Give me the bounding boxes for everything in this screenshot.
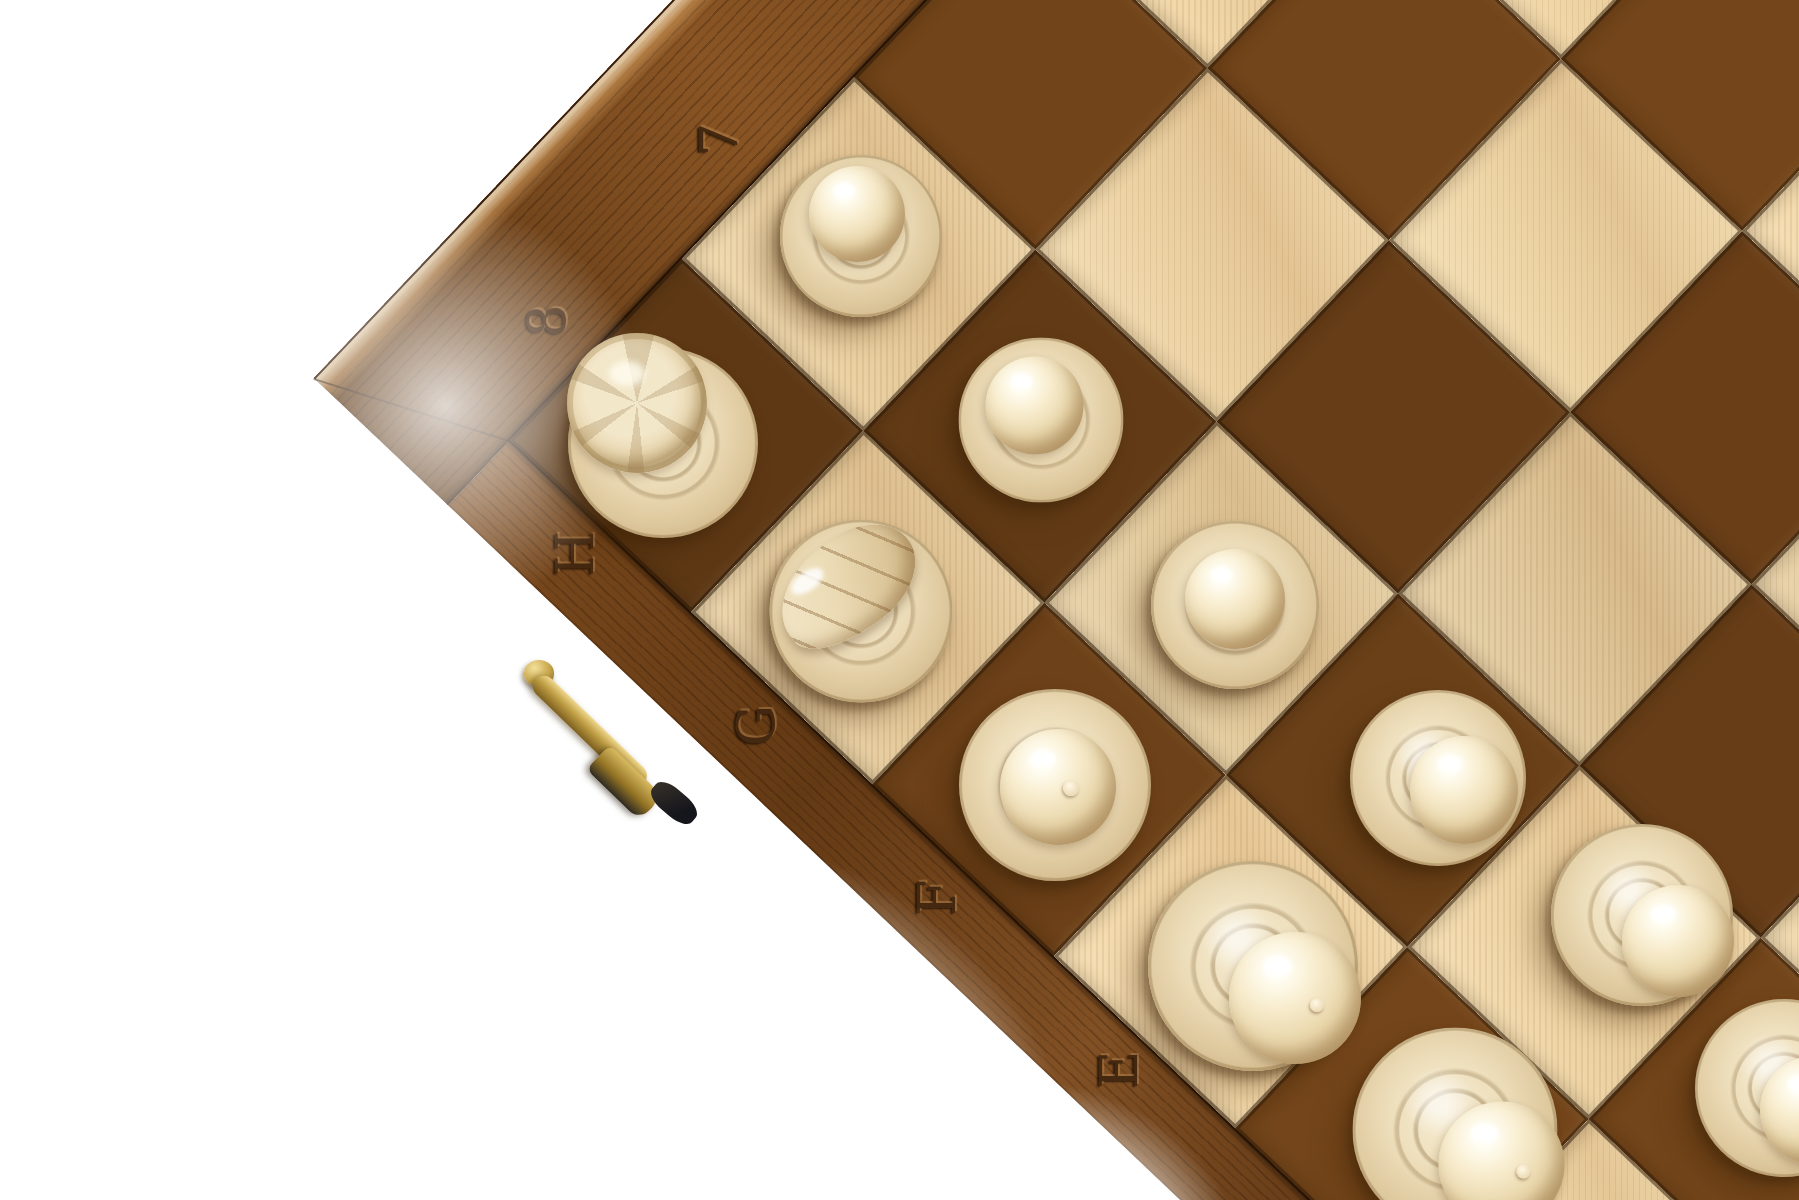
king-finial bbox=[1310, 998, 1324, 1012]
white-king-e8 bbox=[1148, 861, 1358, 1071]
white-knight-g8 bbox=[770, 520, 953, 703]
bishop-finial bbox=[1063, 780, 1079, 796]
white-pawn-c7 bbox=[1695, 999, 1799, 1177]
white-rook-h8 bbox=[568, 348, 758, 538]
photo-scene: 87HGFE bbox=[0, 0, 1799, 1200]
queen-finial bbox=[1517, 1165, 1531, 1179]
pawn-top bbox=[985, 356, 1083, 454]
white-pawn-f7 bbox=[1151, 521, 1319, 689]
queen-top bbox=[1438, 1101, 1564, 1200]
pawn-top bbox=[1185, 549, 1285, 649]
king-top bbox=[1229, 932, 1361, 1064]
knight-head-carving bbox=[758, 503, 936, 667]
white-queen-d8 bbox=[1353, 1028, 1558, 1200]
white-pawn-h7 bbox=[780, 155, 942, 317]
pieces-layer bbox=[0, 0, 1799, 1200]
white-pawn-d7 bbox=[1551, 824, 1733, 1006]
white-pawn-e7 bbox=[1350, 690, 1526, 866]
pawn-top bbox=[1622, 885, 1734, 997]
bishop-top bbox=[1000, 729, 1116, 845]
rook-top bbox=[567, 333, 707, 473]
pawn-top bbox=[1760, 1056, 1799, 1164]
pawn-top bbox=[809, 166, 905, 262]
white-bishop-f8 bbox=[959, 689, 1151, 881]
white-pawn-g7 bbox=[959, 338, 1124, 503]
pawn-top bbox=[1410, 736, 1518, 844]
